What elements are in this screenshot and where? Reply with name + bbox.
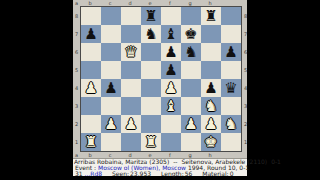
- rank-labels-right: 87654321: [242, 6, 249, 152]
- black-rook-g8: ♜: [204, 7, 217, 25]
- stat-length-label: Length:: [161, 170, 184, 177]
- square-d2: [141, 115, 161, 133]
- square-f8: [181, 7, 201, 25]
- black-king-f7: ♚: [184, 25, 197, 43]
- white-queen-c6: ♛: [124, 43, 137, 61]
- square-f2: ♟: [181, 115, 201, 133]
- black-pawn-h6: ♟: [224, 43, 237, 61]
- board-strip: 87654321 ♜♜♟♞♝♚♛♟♞♟♟♟♟♟♟♛♝♞♟♟♟♟♞♜♜♚ 8765…: [73, 6, 247, 152]
- rank-label-8: 8: [73, 7, 80, 25]
- white-pawn-e4: ♟: [164, 79, 177, 97]
- square-h7: [221, 25, 241, 43]
- stat-seen-value: 23.953: [130, 170, 151, 177]
- black-rook-d8: ♜: [144, 7, 157, 25]
- square-c3: [121, 97, 141, 115]
- square-b6: [101, 43, 121, 61]
- square-f6: ♞: [181, 43, 201, 61]
- square-a4: ♟: [81, 79, 101, 97]
- stat-material-label: Material:: [202, 170, 228, 177]
- square-e4: ♟: [161, 79, 181, 97]
- stat-seen: Seen:23.953: [112, 170, 151, 177]
- video-frame: abcdefgh 87654321 ♜♜♟♞♝♚♛♟♞♟♟♟♟♟♟♛♝♞♟♟♟♟…: [0, 0, 320, 180]
- square-e6: ♟: [161, 43, 181, 61]
- square-d3: [141, 97, 161, 115]
- square-g7: [201, 25, 221, 43]
- square-f7: ♚: [181, 25, 201, 43]
- square-f1: [181, 133, 201, 151]
- square-e5: ♟: [161, 61, 181, 79]
- square-e2: [161, 115, 181, 133]
- stat-length: Length:56: [161, 170, 192, 177]
- square-c1: [121, 133, 141, 151]
- white-pawn-b2: ♟: [104, 115, 117, 133]
- square-a7: ♟: [81, 25, 101, 43]
- rank-label-2: 2: [73, 115, 80, 133]
- white-king-g1: ♚: [204, 133, 217, 151]
- black-queen-h4: ♛: [224, 79, 237, 97]
- stat-material: Material:0: [202, 170, 233, 177]
- square-a1: ♜: [81, 133, 101, 151]
- white-pawn-c2: ♟: [124, 115, 137, 133]
- white-knight-h2: ♞: [224, 115, 237, 133]
- white-rook-a1: ♜: [84, 133, 97, 151]
- black-pawn-e5: ♟: [164, 61, 177, 79]
- square-g5: [201, 61, 221, 79]
- white-rook-d1: ♜: [144, 133, 157, 151]
- square-f5: [181, 61, 201, 79]
- rank-label-4: 4: [73, 79, 80, 97]
- rank-label-4: 4: [242, 79, 249, 97]
- square-g6: [201, 43, 221, 61]
- white-bishop-e3: ♝: [164, 97, 177, 115]
- square-a3: [81, 97, 101, 115]
- square-b3: [101, 97, 121, 115]
- square-e1: [161, 133, 181, 151]
- game-info-panel: Arribas Robaina, Maritza(2305) -- Seiten…: [73, 158, 247, 176]
- square-c8: [121, 7, 141, 25]
- square-h3: [221, 97, 241, 115]
- rank-labels-left: 87654321: [73, 6, 80, 152]
- square-e7: ♝: [161, 25, 181, 43]
- last-move[interactable]: ...Rd8: [85, 170, 103, 177]
- square-c4: [121, 79, 141, 97]
- white-pawn-g2: ♟: [204, 115, 217, 133]
- square-d7: ♞: [141, 25, 161, 43]
- square-d1: ♜: [141, 133, 161, 151]
- square-d4: [141, 79, 161, 97]
- black-player-rating: (2110): [247, 158, 267, 165]
- rank-label-8: 8: [242, 7, 249, 25]
- square-a8: [81, 7, 101, 25]
- square-c6: ♛: [121, 43, 141, 61]
- black-knight-d7: ♞: [144, 25, 157, 43]
- square-b5: [101, 61, 121, 79]
- stat-seen-label: Seen:: [112, 170, 129, 177]
- square-b7: [101, 25, 121, 43]
- stat-length-value: 56: [185, 170, 193, 177]
- move-number: 31: [75, 170, 83, 177]
- square-h2: ♞: [221, 115, 241, 133]
- square-a5: [81, 61, 101, 79]
- rank-label-6: 6: [73, 43, 80, 61]
- square-h1: [221, 133, 241, 151]
- rank-label-7: 7: [242, 25, 249, 43]
- black-pawn-e6: ♟: [164, 43, 177, 61]
- square-c5: [121, 61, 141, 79]
- square-c2: ♟: [121, 115, 141, 133]
- rank-label-1: 1: [73, 133, 80, 151]
- white-pawn-f2: ♟: [184, 115, 197, 133]
- move-line: 31 ...Rd8 Seen:23.953 Length:56 Material…: [73, 171, 247, 177]
- square-g3: ♞: [201, 97, 221, 115]
- square-h6: ♟: [221, 43, 241, 61]
- square-h5: [221, 61, 241, 79]
- rank-label-3: 3: [242, 97, 249, 115]
- square-d6: [141, 43, 161, 61]
- square-f4: [181, 79, 201, 97]
- square-h8: [221, 7, 241, 25]
- square-b8: [101, 7, 121, 25]
- rank-label-3: 3: [73, 97, 80, 115]
- square-b2: ♟: [101, 115, 121, 133]
- square-b4: ♟: [101, 79, 121, 97]
- rank-label-2: 2: [242, 115, 249, 133]
- square-h4: ♛: [221, 79, 241, 97]
- square-d8: ♜: [141, 7, 161, 25]
- rank-label-6: 6: [242, 43, 249, 61]
- rank-label-5: 5: [73, 61, 80, 79]
- square-f3: [181, 97, 201, 115]
- square-g1: ♚: [201, 133, 221, 151]
- black-pawn-b4: ♟: [104, 79, 117, 97]
- rank-label-1: 1: [242, 133, 249, 151]
- game-result: 0-1: [271, 158, 281, 165]
- black-bishop-e7: ♝: [164, 25, 177, 43]
- square-g8: ♜: [201, 7, 221, 25]
- square-g4: ♟: [201, 79, 221, 97]
- chess-board: ♜♜♟♞♝♚♛♟♞♟♟♟♟♟♟♛♝♞♟♟♟♟♞♜♜♚: [80, 6, 242, 152]
- chess-diagram: abcdefgh 87654321 ♜♜♟♞♝♚♛♟♞♟♟♟♟♟♟♛♝♞♟♟♟♟…: [73, 0, 247, 176]
- white-knight-g3: ♞: [204, 97, 217, 115]
- stat-material-value: 0: [230, 170, 234, 177]
- square-e8: [161, 7, 181, 25]
- black-pawn-g4: ♟: [204, 79, 217, 97]
- black-knight-f6: ♞: [184, 43, 197, 61]
- square-b1: [101, 133, 121, 151]
- black-pawn-a7: ♟: [84, 25, 97, 43]
- rank-label-5: 5: [242, 61, 249, 79]
- square-a6: [81, 43, 101, 61]
- white-pawn-a4: ♟: [84, 79, 97, 97]
- square-g2: ♟: [201, 115, 221, 133]
- square-e3: ♝: [161, 97, 181, 115]
- square-a2: [81, 115, 101, 133]
- square-d5: [141, 61, 161, 79]
- rank-label-7: 7: [73, 25, 80, 43]
- square-c7: [121, 25, 141, 43]
